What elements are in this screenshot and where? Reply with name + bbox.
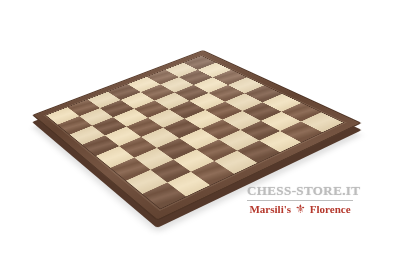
- fleur-de-lis-icon: ⚜: [295, 203, 306, 215]
- brand-name: Marsili's: [249, 203, 291, 215]
- product-photo: CHESS-STORE.IT Marsili's ⚜ Florence: [0, 0, 400, 268]
- watermark: CHESS-STORE.IT Marsili's ⚜ Florence: [247, 184, 353, 215]
- watermark-divider: [247, 200, 353, 201]
- brand-city: Florence: [310, 203, 351, 215]
- watermark-brand-text: Marsili's ⚜ Florence: [247, 203, 353, 215]
- watermark-store-text: CHESS-STORE.IT: [247, 184, 353, 198]
